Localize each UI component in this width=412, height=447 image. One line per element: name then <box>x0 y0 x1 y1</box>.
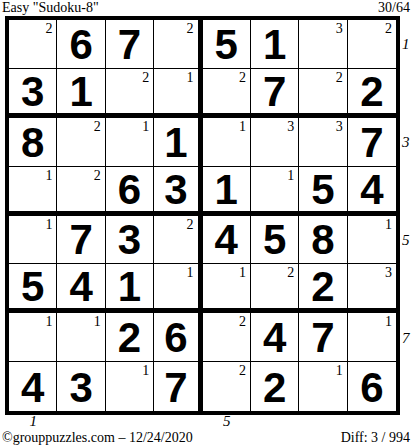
cell-r6c5[interactable]: 1 <box>203 264 251 313</box>
cell-r5c8[interactable]: 1 <box>348 216 396 265</box>
cell-r3c1[interactable]: 8 <box>9 118 57 167</box>
progress-counter: 30/64 <box>378 1 410 15</box>
cell-r1c5[interactable]: 5 <box>203 20 251 69</box>
cell-value: 4 <box>263 315 286 359</box>
cell-r1c8[interactable]: 2 <box>348 20 396 69</box>
cell-value: 2 <box>311 264 334 308</box>
cell-value: 3 <box>21 69 44 113</box>
cell-value: 7 <box>311 315 334 359</box>
pencil-mark: 2 <box>385 21 392 36</box>
cell-r3c4[interactable]: 1 <box>154 118 202 167</box>
pencil-mark: 1 <box>94 314 101 329</box>
cell-value: 2 <box>263 365 286 409</box>
pencil-mark: 1 <box>385 314 392 329</box>
pencil-mark: 2 <box>287 265 294 280</box>
pencil-mark: 2 <box>239 70 246 85</box>
cell-r1c7[interactable]: 3 <box>299 20 347 69</box>
difficulty-text: Diff: 3 / 994 <box>341 430 410 445</box>
cell-value: 4 <box>21 365 44 409</box>
pencil-mark: 1 <box>239 119 246 134</box>
row-label-5: 5 <box>402 232 410 247</box>
cell-value: 3 <box>118 217 141 261</box>
cell-value: 1 <box>69 69 92 113</box>
cell-value: 2 <box>118 315 141 359</box>
pencil-mark: 1 <box>287 168 294 183</box>
cell-value: 1 <box>215 167 238 211</box>
cell-r3c6[interactable]: 3 <box>251 118 299 167</box>
cell-r5c6[interactable]: 5 <box>251 216 299 265</box>
cell-r2c4[interactable]: 1 <box>154 69 202 118</box>
cell-value: 4 <box>215 217 238 261</box>
pencil-mark: 1 <box>187 70 194 85</box>
cell-r5c7[interactable]: 8 <box>299 216 347 265</box>
cell-r7c3[interactable]: 2 <box>106 313 154 362</box>
cell-r5c3[interactable]: 3 <box>106 216 154 265</box>
cell-r8c8[interactable]: 6 <box>348 362 396 411</box>
pencil-mark: 2 <box>239 314 246 329</box>
pencil-mark: 1 <box>336 363 343 378</box>
cell-value: 7 <box>164 365 187 409</box>
cell-r6c6[interactable]: 2 <box>251 264 299 313</box>
cell-r8c6[interactable]: 2 <box>251 362 299 411</box>
cell-value: 2 <box>360 69 383 113</box>
cell-r1c6[interactable]: 1 <box>251 20 299 69</box>
cell-value: 7 <box>360 120 383 164</box>
cell-r4c2[interactable]: 2 <box>57 167 105 216</box>
cell-r5c2[interactable]: 7 <box>57 216 105 265</box>
cell-value: 1 <box>118 264 141 308</box>
cell-r6c4[interactable]: 1 <box>154 264 202 313</box>
pencil-mark: 1 <box>239 265 246 280</box>
pencil-mark: 2 <box>94 168 101 183</box>
puzzle-title: Easy "Sudoku-8" <box>2 1 99 15</box>
pencil-mark: 1 <box>187 265 194 280</box>
cell-value: 4 <box>69 264 92 308</box>
cell-r2c5[interactable]: 2 <box>203 69 251 118</box>
cell-value: 7 <box>263 69 286 113</box>
pencil-mark: 3 <box>385 265 392 280</box>
footer: ©grouppuzzles.com – 12/24/2020 Diff: 3 /… <box>2 430 410 445</box>
cell-value: 3 <box>164 167 187 211</box>
pencil-mark: 2 <box>94 119 101 134</box>
cell-r2c3[interactable]: 2 <box>106 69 154 118</box>
pencil-mark: 1 <box>45 217 52 232</box>
pencil-mark: 1 <box>142 119 149 134</box>
cell-r8c5[interactable]: 2 <box>203 362 251 411</box>
pencil-mark: 1 <box>45 168 52 183</box>
col-labels: 15 <box>9 414 396 430</box>
pencil-mark: 1 <box>45 314 52 329</box>
cell-r7c5[interactable]: 2 <box>203 313 251 362</box>
cell-value: 5 <box>311 167 334 211</box>
cell-value: 6 <box>164 315 187 359</box>
cell-r8c3[interactable]: 1 <box>106 362 154 411</box>
cell-value: 6 <box>69 22 92 66</box>
pencil-mark: 1 <box>142 363 149 378</box>
pencil-mark: 2 <box>239 363 246 378</box>
cell-r1c3[interactable]: 7 <box>106 20 154 69</box>
pencil-mark: 1 <box>385 217 392 232</box>
row-label-1: 1 <box>402 37 410 52</box>
cell-r5c5[interactable]: 4 <box>203 216 251 265</box>
cell-value: 8 <box>311 217 334 261</box>
cell-r4c5[interactable]: 1 <box>203 167 251 216</box>
cell-value: 6 <box>360 365 383 409</box>
cell-r3c8[interactable]: 7 <box>348 118 396 167</box>
cell-r1c1[interactable]: 2 <box>9 20 57 69</box>
cell-r4c8[interactable]: 4 <box>348 167 396 216</box>
cell-value: 3 <box>69 365 92 409</box>
cell-r6c7[interactable]: 2 <box>299 264 347 313</box>
cell-value: 4 <box>360 167 383 211</box>
cell-value: 1 <box>164 120 187 164</box>
cell-value: 5 <box>263 217 286 261</box>
cell-r4c7[interactable]: 5 <box>299 167 347 216</box>
cell-r6c1[interactable]: 5 <box>9 264 57 313</box>
sudoku-board: 2672513231212722821113371263115417324581… <box>5 16 400 415</box>
cell-r8c1[interactable]: 4 <box>9 362 57 411</box>
row-labels: 1357 <box>402 20 412 411</box>
cell-r6c8[interactable]: 3 <box>348 264 396 313</box>
cell-r2c2[interactable]: 1 <box>57 69 105 118</box>
cell-r7c4[interactable]: 6 <box>154 313 202 362</box>
cell-r1c4[interactable]: 2 <box>154 20 202 69</box>
cell-r6c3[interactable]: 1 <box>106 264 154 313</box>
cell-r8c2[interactable]: 3 <box>57 362 105 411</box>
col-label-1: 1 <box>29 414 37 429</box>
cell-value: 8 <box>21 120 44 164</box>
cell-r7c6[interactable]: 4 <box>251 313 299 362</box>
cell-r3c3[interactable]: 1 <box>106 118 154 167</box>
cell-r3c5[interactable]: 1 <box>203 118 251 167</box>
cell-r1c2[interactable]: 6 <box>57 20 105 69</box>
pencil-mark: 3 <box>336 21 343 36</box>
cell-r4c3[interactable]: 6 <box>106 167 154 216</box>
cell-r8c7[interactable]: 1 <box>299 362 347 411</box>
cell-value: 7 <box>69 217 92 261</box>
copyright-text: ©grouppuzzles.com – 12/24/2020 <box>2 430 193 445</box>
cell-value: 5 <box>215 22 238 66</box>
pencil-mark: 2 <box>187 217 194 232</box>
cell-r7c2[interactable]: 1 <box>57 313 105 362</box>
cell-r2c6[interactable]: 7 <box>251 69 299 118</box>
cell-r7c7[interactable]: 7 <box>299 313 347 362</box>
cell-r4c4[interactable]: 3 <box>154 167 202 216</box>
cell-r4c1[interactable]: 1 <box>9 167 57 216</box>
header: Easy "Sudoku-8" 30/64 <box>2 1 410 15</box>
cell-r4c6[interactable]: 1 <box>251 167 299 216</box>
cell-r7c1[interactable]: 1 <box>9 313 57 362</box>
pencil-mark: 3 <box>336 119 343 134</box>
pencil-mark: 2 <box>187 21 194 36</box>
cell-r2c8[interactable]: 2 <box>348 69 396 118</box>
pencil-mark: 2 <box>142 70 149 85</box>
cell-r5c4[interactable]: 2 <box>154 216 202 265</box>
pencil-mark: 2 <box>45 21 52 36</box>
cell-r5c1[interactable]: 1 <box>9 216 57 265</box>
cell-value: 1 <box>263 22 286 66</box>
cell-r7c8[interactable]: 1 <box>348 313 396 362</box>
cell-r2c1[interactable]: 3 <box>9 69 57 118</box>
cell-value: 6 <box>118 167 141 211</box>
cell-r2c7[interactable]: 2 <box>299 69 347 118</box>
pencil-mark: 2 <box>336 70 343 85</box>
cell-r3c7[interactable]: 3 <box>299 118 347 167</box>
cell-value: 5 <box>21 264 44 308</box>
cell-r8c4[interactable]: 7 <box>154 362 202 411</box>
row-label-3: 3 <box>402 135 410 150</box>
cell-r6c2[interactable]: 4 <box>57 264 105 313</box>
col-label-5: 5 <box>223 414 231 429</box>
cell-value: 7 <box>118 22 141 66</box>
pencil-mark: 3 <box>287 119 294 134</box>
row-label-7: 7 <box>402 330 410 345</box>
cell-r3c2[interactable]: 2 <box>57 118 105 167</box>
